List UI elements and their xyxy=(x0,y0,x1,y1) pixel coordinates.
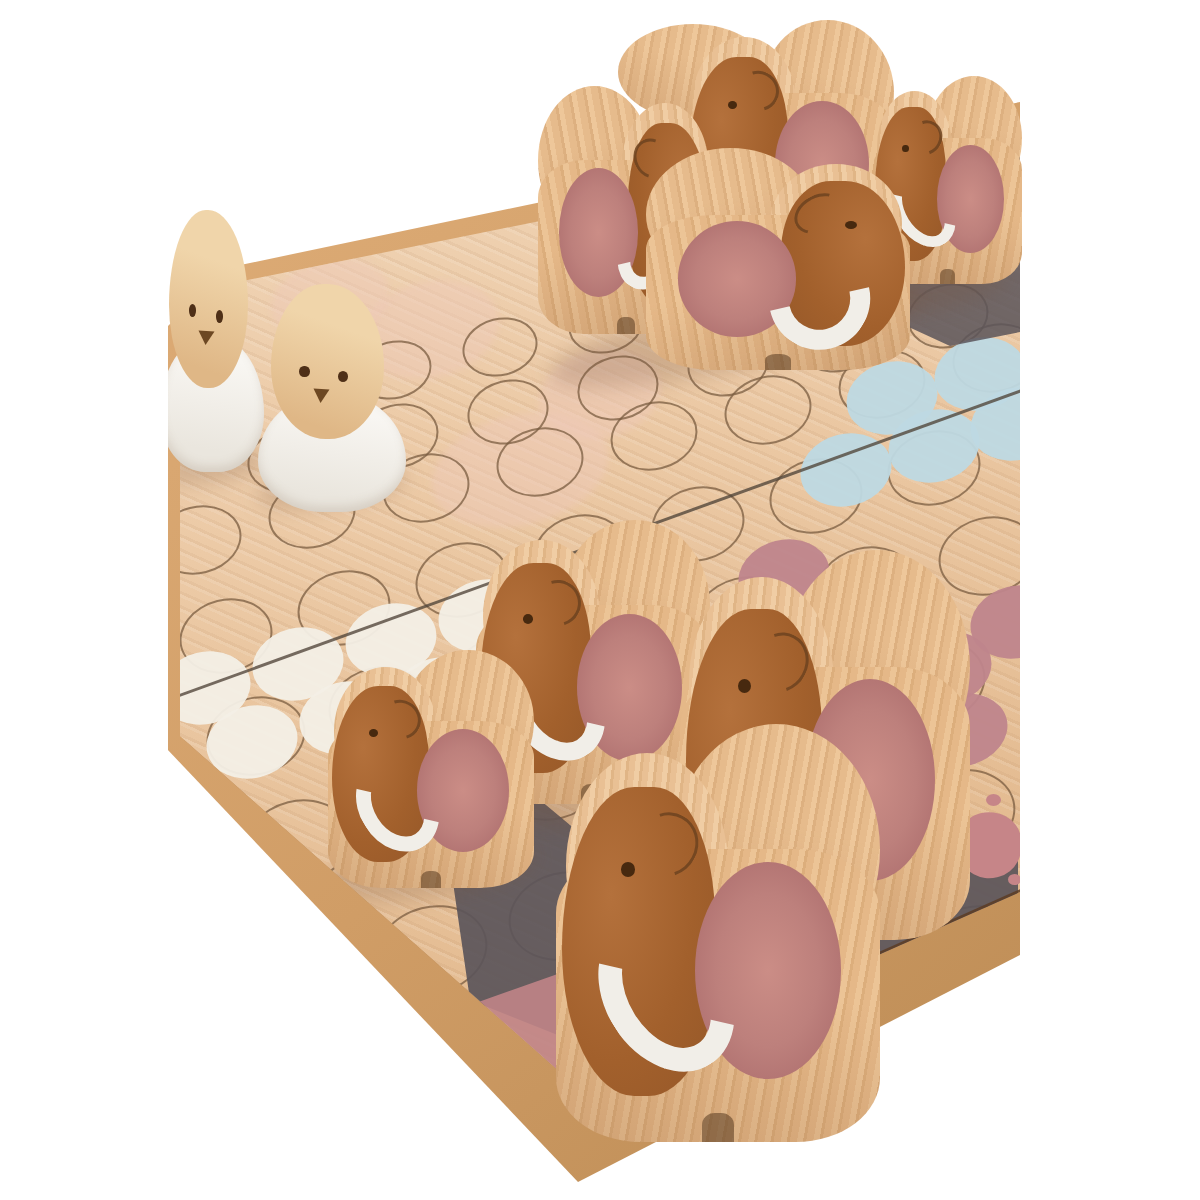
background-left-margin xyxy=(0,0,168,1200)
chick-piece-B1[interactable] xyxy=(160,210,264,472)
mammoth-feet-gap xyxy=(702,1113,734,1142)
mammoth-eye xyxy=(728,101,737,110)
mammoth-feet-gap xyxy=(765,354,791,370)
chick-piece-B2[interactable] xyxy=(258,284,406,512)
pieces-layer xyxy=(0,0,1200,1200)
background-right-margin xyxy=(1022,0,1200,1200)
chick-beak-icon xyxy=(198,330,215,345)
mammoth-piece-M8[interactable] xyxy=(328,650,534,888)
product-photo-canvas xyxy=(0,0,1200,1200)
chick-head xyxy=(271,284,383,439)
chick-beak-icon xyxy=(312,388,329,403)
mammoth-eye xyxy=(738,679,751,693)
mammoth-feet-gap xyxy=(940,269,955,284)
mammoth-piece-M9[interactable] xyxy=(556,724,880,1142)
mammoth-feet-gap xyxy=(421,871,442,888)
mammoth-piece-M4[interactable] xyxy=(646,148,910,370)
mammoth-feet-gap xyxy=(617,317,635,334)
chick-head xyxy=(169,210,248,388)
